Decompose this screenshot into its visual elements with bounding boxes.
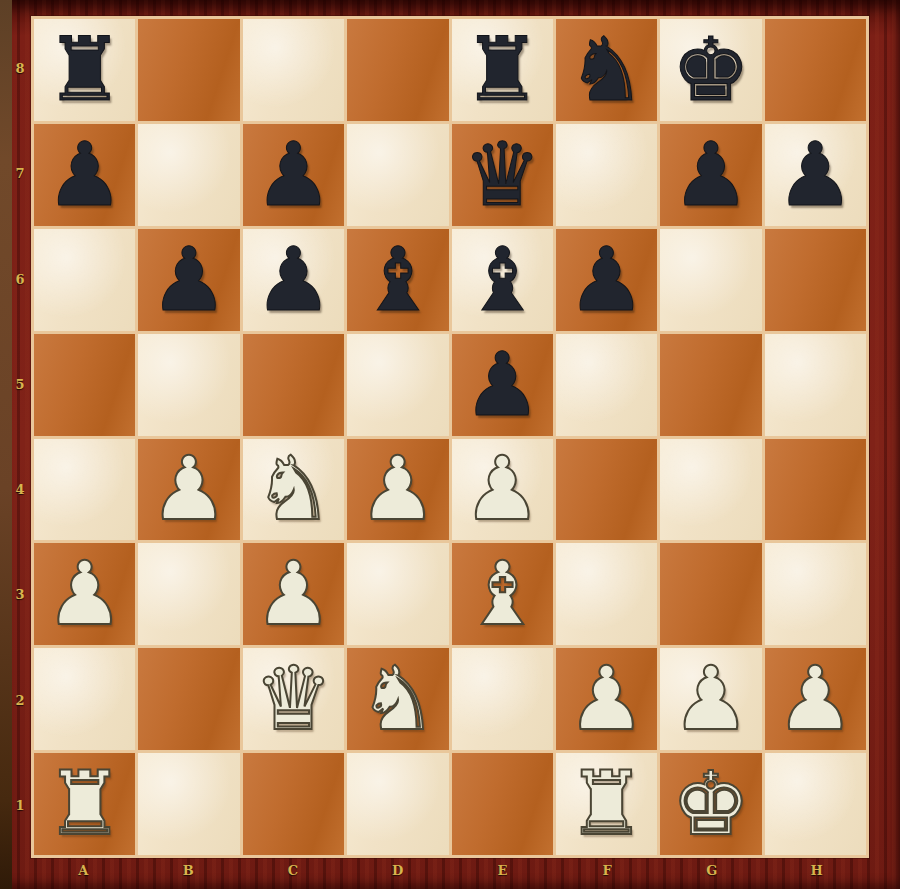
square-b5[interactable] xyxy=(138,334,239,436)
square-b7[interactable] xyxy=(138,124,239,226)
rank-label-8: 8 xyxy=(9,16,31,121)
file-label-c: C xyxy=(241,857,346,883)
square-h3[interactable] xyxy=(765,543,866,645)
piece-white-pawn[interactable]: ♟ xyxy=(243,543,344,645)
square-c5[interactable] xyxy=(243,334,344,436)
piece-white-rook[interactable]: ♜ xyxy=(556,753,657,855)
square-g1[interactable]: ♚ xyxy=(660,753,761,855)
square-g2[interactable]: ♟ xyxy=(660,648,761,750)
square-b1[interactable] xyxy=(138,753,239,855)
file-label-b: B xyxy=(136,857,241,883)
piece-white-pawn[interactable]: ♟ xyxy=(347,439,448,541)
piece-white-pawn[interactable]: ♟ xyxy=(660,648,761,750)
rank-label-7: 7 xyxy=(9,121,31,226)
square-h6[interactable] xyxy=(765,229,866,331)
file-label-d: D xyxy=(345,857,450,883)
square-a1[interactable]: ♜ xyxy=(34,753,135,855)
square-c6[interactable]: ♟ xyxy=(243,229,344,331)
file-label-h: H xyxy=(764,857,869,883)
square-d7[interactable] xyxy=(347,124,448,226)
square-g6[interactable] xyxy=(660,229,761,331)
rank-label-4: 4 xyxy=(9,437,31,542)
square-h5[interactable] xyxy=(765,334,866,436)
file-label-a: A xyxy=(31,857,136,883)
square-h1[interactable] xyxy=(765,753,866,855)
square-e5[interactable]: ♟ xyxy=(452,334,553,436)
square-e7[interactable]: ♛ xyxy=(452,124,553,226)
square-g5[interactable] xyxy=(660,334,761,436)
piece-white-rook[interactable]: ♜ xyxy=(34,753,135,855)
square-f8[interactable]: ♞ xyxy=(556,19,657,121)
rank-label-5: 5 xyxy=(9,332,31,437)
piece-black-king[interactable]: ♚ xyxy=(660,19,761,121)
piece-white-pawn[interactable]: ♟ xyxy=(556,648,657,750)
square-e2[interactable] xyxy=(452,648,553,750)
square-g4[interactable] xyxy=(660,439,761,541)
rank-label-1: 1 xyxy=(9,753,31,858)
square-f6[interactable]: ♟ xyxy=(556,229,657,331)
square-b3[interactable] xyxy=(138,543,239,645)
rank-label-6: 6 xyxy=(9,227,31,332)
square-d4[interactable]: ♟ xyxy=(347,439,448,541)
square-a2[interactable] xyxy=(34,648,135,750)
piece-black-pawn[interactable]: ♟ xyxy=(765,124,866,226)
piece-black-pawn[interactable]: ♟ xyxy=(660,124,761,226)
square-b8[interactable] xyxy=(138,19,239,121)
square-e3[interactable]: ♝ xyxy=(452,543,553,645)
square-f7[interactable] xyxy=(556,124,657,226)
square-d5[interactable] xyxy=(347,334,448,436)
square-g3[interactable] xyxy=(660,543,761,645)
piece-black-pawn[interactable]: ♟ xyxy=(34,124,135,226)
square-h4[interactable] xyxy=(765,439,866,541)
file-label-f: F xyxy=(555,857,660,883)
piece-black-queen[interactable]: ♛ xyxy=(452,124,553,226)
rank-label-3: 3 xyxy=(9,542,31,647)
piece-black-pawn[interactable]: ♟ xyxy=(243,229,344,331)
square-b4[interactable]: ♟ xyxy=(138,439,239,541)
piece-white-pawn[interactable]: ♟ xyxy=(34,543,135,645)
square-f3[interactable] xyxy=(556,543,657,645)
square-b2[interactable] xyxy=(138,648,239,750)
square-e8[interactable]: ♜ xyxy=(452,19,553,121)
square-h8[interactable] xyxy=(765,19,866,121)
rank-label-2: 2 xyxy=(9,648,31,753)
piece-white-knight[interactable]: ♞ xyxy=(347,648,448,750)
square-b6[interactable]: ♟ xyxy=(138,229,239,331)
square-d8[interactable] xyxy=(347,19,448,121)
square-c3[interactable]: ♟ xyxy=(243,543,344,645)
square-e1[interactable] xyxy=(452,753,553,855)
piece-black-rook[interactable]: ♜ xyxy=(34,19,135,121)
file-label-e: E xyxy=(450,857,555,883)
square-g7[interactable]: ♟ xyxy=(660,124,761,226)
piece-black-pawn[interactable]: ♟ xyxy=(243,124,344,226)
file-labels: ABCDEFGH xyxy=(31,857,869,883)
square-d1[interactable] xyxy=(347,753,448,855)
piece-black-pawn[interactable]: ♟ xyxy=(452,334,553,436)
square-d2[interactable]: ♞ xyxy=(347,648,448,750)
square-a6[interactable] xyxy=(34,229,135,331)
piece-white-pawn[interactable]: ♟ xyxy=(452,439,553,541)
piece-black-bishop[interactable]: ♝ xyxy=(347,229,448,331)
piece-black-pawn[interactable]: ♟ xyxy=(556,229,657,331)
piece-white-pawn[interactable]: ♟ xyxy=(138,439,239,541)
square-f4[interactable] xyxy=(556,439,657,541)
piece-white-king[interactable]: ♚ xyxy=(660,753,761,855)
chess-app-screen: 87654321 ♜♜♞♚♟♟♛♟♟♟♟♝♝♟♟♟♞♟♟♟♟♝♛♞♟♟♟♜♜♚ … xyxy=(0,0,900,889)
square-g8[interactable]: ♚ xyxy=(660,19,761,121)
piece-white-pawn[interactable]: ♟ xyxy=(765,648,866,750)
square-c7[interactable]: ♟ xyxy=(243,124,344,226)
square-a3[interactable]: ♟ xyxy=(34,543,135,645)
chess-board: ♜♜♞♚♟♟♛♟♟♟♟♝♝♟♟♟♞♟♟♟♟♝♛♞♟♟♟♜♜♚ xyxy=(31,16,869,858)
square-a7[interactable]: ♟ xyxy=(34,124,135,226)
square-d3[interactable] xyxy=(347,543,448,645)
piece-black-rook[interactable]: ♜ xyxy=(452,19,553,121)
piece-black-knight[interactable]: ♞ xyxy=(556,19,657,121)
square-h7[interactable]: ♟ xyxy=(765,124,866,226)
square-f1[interactable]: ♜ xyxy=(556,753,657,855)
square-d6[interactable]: ♝ xyxy=(347,229,448,331)
piece-white-knight[interactable]: ♞ xyxy=(243,439,344,541)
square-e6[interactable]: ♝ xyxy=(452,229,553,331)
square-c2[interactable]: ♛ xyxy=(243,648,344,750)
square-c4[interactable]: ♞ xyxy=(243,439,344,541)
piece-white-queen[interactable]: ♛ xyxy=(243,648,344,750)
square-a4[interactable] xyxy=(34,439,135,541)
square-c1[interactable] xyxy=(243,753,344,855)
rank-labels: 87654321 xyxy=(9,16,31,858)
piece-black-pawn[interactable]: ♟ xyxy=(138,229,239,331)
square-f2[interactable]: ♟ xyxy=(556,648,657,750)
piece-white-bishop[interactable]: ♝ xyxy=(452,543,553,645)
square-h2[interactable]: ♟ xyxy=(765,648,866,750)
piece-black-bishop[interactable]: ♝ xyxy=(452,229,553,331)
square-a8[interactable]: ♜ xyxy=(34,19,135,121)
square-a5[interactable] xyxy=(34,334,135,436)
square-f5[interactable] xyxy=(556,334,657,436)
file-label-g: G xyxy=(660,857,765,883)
square-e4[interactable]: ♟ xyxy=(452,439,553,541)
square-c8[interactable] xyxy=(243,19,344,121)
